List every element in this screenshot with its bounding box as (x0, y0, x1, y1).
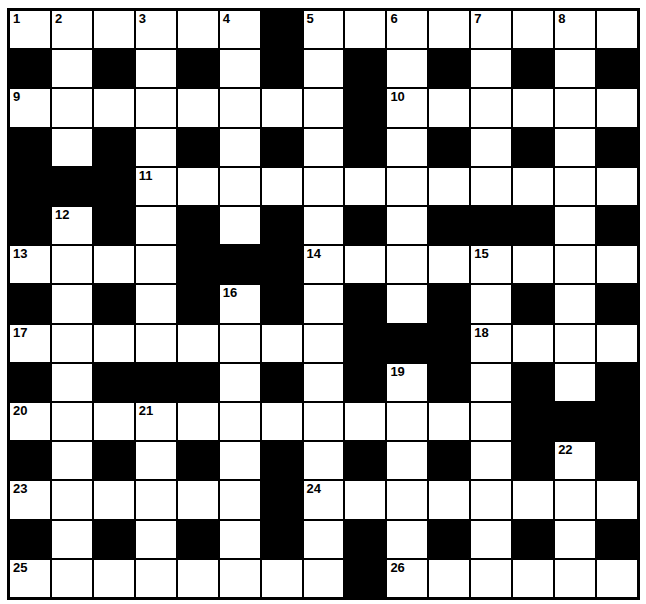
white-cell-r11c8[interactable] (304, 403, 344, 440)
white-cell-r1c15[interactable] (597, 11, 637, 48)
white-cell-r7c11[interactable] (429, 246, 469, 283)
black-cell-r10c13 (513, 364, 553, 401)
clue-number-22: 22 (558, 443, 572, 457)
white-cell-r3c5[interactable] (178, 89, 218, 126)
white-cell-r9c2[interactable] (52, 325, 92, 362)
clue-number-10: 10 (390, 90, 404, 104)
white-cell-r4c2[interactable] (52, 129, 92, 166)
white-cell-r9c14[interactable] (555, 325, 595, 362)
clue-number-18: 18 (474, 326, 488, 340)
white-cell-r13c12[interactable] (471, 481, 511, 518)
white-cell-r11c2[interactable] (52, 403, 92, 440)
white-cell-r7c12[interactable]: 15 (471, 246, 511, 283)
white-cell-r2c14[interactable] (555, 50, 595, 87)
white-cell-r9c13[interactable] (513, 325, 553, 362)
white-cell-r7c10[interactable] (387, 246, 427, 283)
white-cell-r6c6[interactable] (220, 207, 260, 244)
black-cell-r8c5 (178, 285, 218, 322)
black-cell-r10c5 (178, 364, 218, 401)
white-cell-r13c5[interactable] (178, 481, 218, 518)
white-cell-r3c2[interactable] (52, 89, 92, 126)
black-cell-r10c15 (597, 364, 637, 401)
white-cell-r11c1[interactable]: 20 (10, 403, 50, 440)
white-cell-r3c13[interactable] (513, 89, 553, 126)
white-cell-r12c8[interactable] (304, 442, 344, 479)
white-cell-r13c15[interactable] (597, 481, 637, 518)
black-cell-r15c9 (345, 560, 385, 597)
black-cell-r6c5 (178, 207, 218, 244)
white-cell-r8c14[interactable] (555, 285, 595, 322)
white-cell-r5c6[interactable] (220, 168, 260, 205)
white-cell-r15c5[interactable] (178, 560, 218, 597)
white-cell-r10c2[interactable] (52, 364, 92, 401)
black-cell-r8c13 (513, 285, 553, 322)
white-cell-r15c15[interactable] (597, 560, 637, 597)
black-cell-r8c7 (262, 285, 302, 322)
white-cell-r4c10[interactable] (387, 129, 427, 166)
white-cell-r4c12[interactable] (471, 129, 511, 166)
white-cell-r11c7[interactable] (262, 403, 302, 440)
white-cell-r7c2[interactable] (52, 246, 92, 283)
white-cell-r2c8[interactable] (304, 50, 344, 87)
black-cell-r11c13 (513, 403, 553, 440)
white-cell-r13c4[interactable] (136, 481, 176, 518)
white-cell-r10c10[interactable]: 19 (387, 364, 427, 401)
black-cell-r13c7 (262, 481, 302, 518)
white-cell-r3c4[interactable] (136, 89, 176, 126)
white-cell-r1c4[interactable]: 3 (136, 11, 176, 48)
white-cell-r3c14[interactable] (555, 89, 595, 126)
black-cell-r10c1 (10, 364, 50, 401)
white-cell-r15c13[interactable] (513, 560, 553, 597)
white-cell-r12c2[interactable] (52, 442, 92, 479)
white-cell-r7c9[interactable] (345, 246, 385, 283)
crossword-board: 1234567891011121314151617181920212223242… (7, 8, 640, 600)
clue-number-13: 13 (13, 247, 27, 261)
white-cell-r4c8[interactable] (304, 129, 344, 166)
clue-number-6: 6 (390, 12, 397, 26)
white-cell-r5c9[interactable] (345, 168, 385, 205)
white-cell-r14c6[interactable] (220, 521, 260, 558)
black-cell-r4c5 (178, 129, 218, 166)
white-cell-r7c1[interactable]: 13 (10, 246, 50, 283)
black-cell-r14c13 (513, 521, 553, 558)
black-cell-r6c11 (429, 207, 469, 244)
white-cell-r2c4[interactable] (136, 50, 176, 87)
black-cell-r6c1 (10, 207, 50, 244)
white-cell-r5c11[interactable] (429, 168, 469, 205)
white-cell-r3c11[interactable] (429, 89, 469, 126)
black-cell-r10c4 (136, 364, 176, 401)
clue-number-7: 7 (474, 12, 481, 26)
clue-number-15: 15 (474, 247, 488, 261)
black-cell-r8c9 (345, 285, 385, 322)
black-cell-r2c9 (345, 50, 385, 87)
clue-number-1: 1 (13, 12, 20, 26)
black-cell-r4c1 (10, 129, 50, 166)
white-cell-r7c8[interactable]: 14 (304, 246, 344, 283)
white-cell-r8c10[interactable] (387, 285, 427, 322)
black-cell-r14c11 (429, 521, 469, 558)
white-cell-r6c2[interactable]: 12 (52, 207, 92, 244)
clue-number-17: 17 (13, 326, 27, 340)
white-cell-r14c2[interactable] (52, 521, 92, 558)
white-cell-r8c4[interactable] (136, 285, 176, 322)
crossword-page: 1234567891011121314151617181920212223242… (0, 0, 646, 604)
black-cell-r3c9 (345, 89, 385, 126)
white-cell-r11c11[interactable] (429, 403, 469, 440)
white-cell-r13c6[interactable] (220, 481, 260, 518)
black-cell-r12c13 (513, 442, 553, 479)
white-cell-r1c14[interactable]: 8 (555, 11, 595, 48)
black-cell-r12c11 (429, 442, 469, 479)
clue-number-12: 12 (55, 208, 69, 222)
white-cell-r8c12[interactable] (471, 285, 511, 322)
white-cell-r5c5[interactable] (178, 168, 218, 205)
white-cell-r9c7[interactable] (262, 325, 302, 362)
white-cell-r11c3[interactable] (94, 403, 134, 440)
white-cell-r4c4[interactable] (136, 129, 176, 166)
clue-number-5: 5 (307, 12, 314, 26)
white-cell-r15c10[interactable]: 26 (387, 560, 427, 597)
white-cell-r11c10[interactable] (387, 403, 427, 440)
black-cell-r4c11 (429, 129, 469, 166)
clue-number-21: 21 (139, 404, 153, 418)
white-cell-r12c14[interactable]: 22 (555, 442, 595, 479)
clue-number-26: 26 (390, 561, 404, 575)
white-cell-r3c7[interactable] (262, 89, 302, 126)
white-cell-r15c1[interactable]: 25 (10, 560, 50, 597)
black-cell-r14c15 (597, 521, 637, 558)
clue-number-25: 25 (13, 561, 27, 575)
clue-number-4: 4 (223, 12, 230, 26)
black-cell-r6c7 (262, 207, 302, 244)
black-cell-r12c5 (178, 442, 218, 479)
white-cell-r1c2[interactable]: 2 (52, 11, 92, 48)
clue-number-11: 11 (139, 169, 153, 183)
white-cell-r1c11[interactable] (429, 11, 469, 48)
white-cell-r13c10[interactable] (387, 481, 427, 518)
clue-number-16: 16 (223, 286, 237, 300)
black-cell-r2c13 (513, 50, 553, 87)
white-cell-r13c11[interactable] (429, 481, 469, 518)
white-cell-r12c12[interactable] (471, 442, 511, 479)
black-cell-r7c5 (178, 246, 218, 283)
white-cell-r5c8[interactable] (304, 168, 344, 205)
white-cell-r4c6[interactable] (220, 129, 260, 166)
white-cell-r9c12[interactable]: 18 (471, 325, 511, 362)
black-cell-r6c3 (94, 207, 134, 244)
white-cell-r1c6[interactable]: 4 (220, 11, 260, 48)
black-cell-r6c15 (597, 207, 637, 244)
white-cell-r14c14[interactable] (555, 521, 595, 558)
black-cell-r2c5 (178, 50, 218, 87)
white-cell-r12c4[interactable] (136, 442, 176, 479)
white-cell-r13c14[interactable] (555, 481, 595, 518)
white-cell-r13c13[interactable] (513, 481, 553, 518)
black-cell-r12c15 (597, 442, 637, 479)
white-cell-r9c15[interactable] (597, 325, 637, 362)
black-cell-r6c13 (513, 207, 553, 244)
white-cell-r3c6[interactable] (220, 89, 260, 126)
white-cell-r1c3[interactable] (94, 11, 134, 48)
clue-number-14: 14 (307, 247, 321, 261)
white-cell-r2c6[interactable] (220, 50, 260, 87)
white-cell-r3c1[interactable]: 9 (10, 89, 50, 126)
white-cell-r12c10[interactable] (387, 442, 427, 479)
white-cell-r10c6[interactable] (220, 364, 260, 401)
white-cell-r1c9[interactable] (345, 11, 385, 48)
white-cell-r15c4[interactable] (136, 560, 176, 597)
black-cell-r8c3 (94, 285, 134, 322)
clue-number-20: 20 (13, 404, 27, 418)
white-cell-r14c8[interactable] (304, 521, 344, 558)
white-cell-r7c4[interactable] (136, 246, 176, 283)
white-cell-r15c2[interactable] (52, 560, 92, 597)
white-cell-r15c14[interactable] (555, 560, 595, 597)
white-cell-r2c10[interactable] (387, 50, 427, 87)
white-cell-r14c12[interactable] (471, 521, 511, 558)
white-cell-r14c4[interactable] (136, 521, 176, 558)
black-cell-r9c9 (345, 325, 385, 362)
white-cell-r9c5[interactable] (178, 325, 218, 362)
white-cell-r13c9[interactable] (345, 481, 385, 518)
black-cell-r12c9 (345, 442, 385, 479)
black-cell-r2c11 (429, 50, 469, 87)
white-cell-r1c5[interactable] (178, 11, 218, 48)
white-cell-r8c6[interactable]: 16 (220, 285, 260, 322)
clue-number-2: 2 (55, 12, 62, 26)
clue-number-23: 23 (13, 482, 27, 496)
clue-number-19: 19 (390, 365, 404, 379)
white-cell-r9c8[interactable] (304, 325, 344, 362)
black-cell-r11c15 (597, 403, 637, 440)
black-cell-r14c1 (10, 521, 50, 558)
black-cell-r6c12 (471, 207, 511, 244)
white-cell-r3c8[interactable] (304, 89, 344, 126)
white-cell-r1c10[interactable]: 6 (387, 11, 427, 48)
black-cell-r5c3 (94, 168, 134, 205)
white-cell-r3c3[interactable] (94, 89, 134, 126)
white-cell-r15c8[interactable] (304, 560, 344, 597)
black-cell-r1c7 (262, 11, 302, 48)
black-cell-r7c7 (262, 246, 302, 283)
white-cell-r15c3[interactable] (94, 560, 134, 597)
white-cell-r7c14[interactable] (555, 246, 595, 283)
black-cell-r12c1 (10, 442, 50, 479)
black-cell-r10c9 (345, 364, 385, 401)
white-cell-r3c15[interactable] (597, 89, 637, 126)
white-cell-r5c12[interactable] (471, 168, 511, 205)
white-cell-r13c1[interactable]: 23 (10, 481, 50, 518)
white-cell-r13c8[interactable]: 24 (304, 481, 344, 518)
clue-number-24: 24 (307, 482, 321, 496)
black-cell-r2c3 (94, 50, 134, 87)
white-cell-r3c12[interactable] (471, 89, 511, 126)
white-cell-r5c14[interactable] (555, 168, 595, 205)
black-cell-r10c3 (94, 364, 134, 401)
black-cell-r8c11 (429, 285, 469, 322)
white-cell-r9c1[interactable]: 17 (10, 325, 50, 362)
white-cell-r2c12[interactable] (471, 50, 511, 87)
white-cell-r9c4[interactable] (136, 325, 176, 362)
white-cell-r14c10[interactable] (387, 521, 427, 558)
black-cell-r14c7 (262, 521, 302, 558)
white-cell-r1c8[interactable]: 5 (304, 11, 344, 48)
white-cell-r8c8[interactable] (304, 285, 344, 322)
white-cell-r2c2[interactable] (52, 50, 92, 87)
black-cell-r2c1 (10, 50, 50, 87)
black-cell-r2c7 (262, 50, 302, 87)
white-cell-r6c14[interactable] (555, 207, 595, 244)
black-cell-r10c7 (262, 364, 302, 401)
black-cell-r6c9 (345, 207, 385, 244)
white-cell-r11c5[interactable] (178, 403, 218, 440)
white-cell-r10c12[interactable] (471, 364, 511, 401)
white-cell-r5c4[interactable]: 11 (136, 168, 176, 205)
white-cell-r3c10[interactable]: 10 (387, 89, 427, 126)
white-cell-r1c1[interactable]: 1 (10, 11, 50, 48)
white-cell-r7c3[interactable] (94, 246, 134, 283)
white-cell-r5c15[interactable] (597, 168, 637, 205)
white-cell-r15c11[interactable] (429, 560, 469, 597)
black-cell-r5c1 (10, 168, 50, 205)
black-cell-r10c11 (429, 364, 469, 401)
white-cell-r11c12[interactable] (471, 403, 511, 440)
white-cell-r7c15[interactable] (597, 246, 637, 283)
white-cell-r11c9[interactable] (345, 403, 385, 440)
black-cell-r14c9 (345, 521, 385, 558)
white-cell-r9c3[interactable] (94, 325, 134, 362)
white-cell-r15c6[interactable] (220, 560, 260, 597)
white-cell-r5c7[interactable] (262, 168, 302, 205)
black-cell-r4c13 (513, 129, 553, 166)
black-cell-r7c6 (220, 246, 260, 283)
black-cell-r4c7 (262, 129, 302, 166)
white-cell-r10c14[interactable] (555, 364, 595, 401)
black-cell-r9c11 (429, 325, 469, 362)
white-cell-r5c10[interactable] (387, 168, 427, 205)
black-cell-r4c15 (597, 129, 637, 166)
black-cell-r2c15 (597, 50, 637, 87)
white-cell-r10c8[interactable] (304, 364, 344, 401)
white-cell-r6c10[interactable] (387, 207, 427, 244)
white-cell-r9c6[interactable] (220, 325, 260, 362)
black-cell-r4c9 (345, 129, 385, 166)
white-cell-r11c4[interactable]: 21 (136, 403, 176, 440)
black-cell-r9c10 (387, 325, 427, 362)
white-cell-r1c13[interactable] (513, 11, 553, 48)
black-cell-r8c1 (10, 285, 50, 322)
white-cell-r6c4[interactable] (136, 207, 176, 244)
white-cell-r5c13[interactable] (513, 168, 553, 205)
black-cell-r12c3 (94, 442, 134, 479)
black-cell-r11c14 (555, 403, 595, 440)
white-cell-r12c6[interactable] (220, 442, 260, 479)
black-cell-r5c2 (52, 168, 92, 205)
black-cell-r4c3 (94, 129, 134, 166)
black-cell-r12c7 (262, 442, 302, 479)
white-cell-r15c7[interactable] (262, 560, 302, 597)
white-cell-r4c14[interactable] (555, 129, 595, 166)
black-cell-r8c15 (597, 285, 637, 322)
white-cell-r13c2[interactable] (52, 481, 92, 518)
white-cell-r1c12[interactable]: 7 (471, 11, 511, 48)
white-cell-r13c3[interactable] (94, 481, 134, 518)
white-cell-r7c13[interactable] (513, 246, 553, 283)
black-cell-r14c3 (94, 521, 134, 558)
white-cell-r11c6[interactable] (220, 403, 260, 440)
clue-number-3: 3 (139, 12, 146, 26)
clue-number-9: 9 (13, 90, 20, 104)
white-cell-r6c8[interactable] (304, 207, 344, 244)
white-cell-r8c2[interactable] (52, 285, 92, 322)
black-cell-r14c5 (178, 521, 218, 558)
clue-number-8: 8 (558, 12, 565, 26)
white-cell-r15c12[interactable] (471, 560, 511, 597)
